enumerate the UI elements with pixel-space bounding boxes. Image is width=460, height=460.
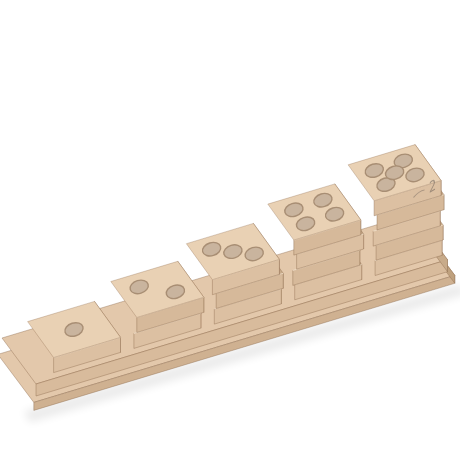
product-photo-wooden-counting-stacker: 2 xyxy=(0,0,460,460)
scene-svg: 2 xyxy=(0,0,460,460)
